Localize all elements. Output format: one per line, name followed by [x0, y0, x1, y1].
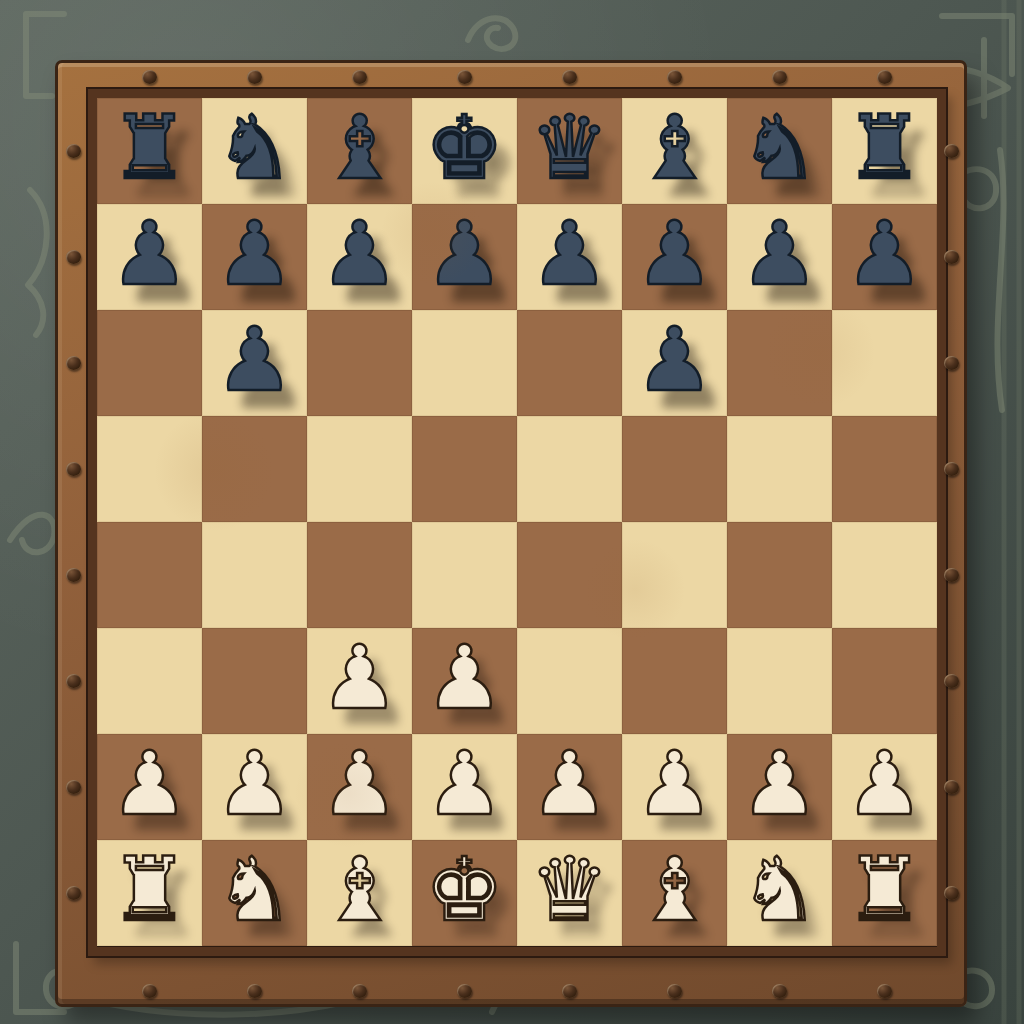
black-rook-h8[interactable]: ♜ — [845, 104, 924, 192]
square-c7[interactable]: ♟ — [307, 204, 412, 310]
square-b8[interactable]: ♞ — [202, 98, 307, 204]
square-e2[interactable]: ♟ — [517, 734, 622, 840]
frame-stud-left-5 — [66, 568, 81, 582]
square-g1[interactable]: ♞ — [727, 840, 832, 946]
frame-stud-left-3 — [66, 356, 81, 370]
frame-stud-left-4 — [66, 462, 81, 476]
square-d4[interactable] — [412, 522, 517, 628]
square-b1[interactable]: ♞ — [202, 840, 307, 946]
frame-stud-top-3 — [352, 70, 367, 84]
square-e1[interactable]: ♛ — [517, 840, 622, 946]
black-pawn-b7[interactable]: ♟ — [215, 210, 294, 298]
frame-stud-bottom-5 — [562, 984, 577, 998]
square-c3[interactable]: ♟ — [307, 628, 412, 734]
square-a6[interactable] — [97, 310, 202, 416]
white-pawn-c2[interactable]: ♟ — [320, 740, 399, 828]
frame-stud-top-1 — [142, 70, 157, 84]
frame-stud-top-5 — [562, 70, 577, 84]
black-pawn-e7[interactable]: ♟ — [530, 210, 609, 298]
square-a7[interactable]: ♟ — [97, 204, 202, 310]
square-f3[interactable] — [622, 628, 727, 734]
square-b3[interactable] — [202, 628, 307, 734]
square-a1[interactable]: ♜ — [97, 840, 202, 946]
square-g8[interactable]: ♞ — [727, 98, 832, 204]
square-d7[interactable]: ♟ — [412, 204, 517, 310]
frame-stud-bottom-8 — [877, 984, 892, 998]
frame-stud-right-6 — [944, 674, 959, 688]
white-rook-a1[interactable]: ♜ — [110, 846, 189, 934]
square-g2[interactable]: ♟ — [727, 734, 832, 840]
white-king-d1[interactable]: ♚ — [425, 846, 504, 934]
white-pawn-a2[interactable]: ♟ — [110, 740, 189, 828]
square-h4[interactable] — [832, 522, 937, 628]
frame-stud-top-7 — [772, 70, 787, 84]
square-g4[interactable] — [727, 522, 832, 628]
white-pawn-b2[interactable]: ♟ — [215, 740, 294, 828]
frame-stud-bottom-4 — [457, 984, 472, 998]
square-f8[interactable]: ♝ — [622, 98, 727, 204]
board-frame: ♜♞♝♚♛♝♞♜♟♟♟♟♟♟♟♟♟♟♟♟♟♟♟♟♟♟♟♟♜♞♝♚♛♝♞♜ — [55, 60, 967, 1007]
square-h5[interactable] — [832, 416, 937, 522]
page: { "game": "chess", "scene": "cartoon woo… — [0, 0, 1024, 1024]
square-g5[interactable] — [727, 416, 832, 522]
black-pawn-c7[interactable]: ♟ — [320, 210, 399, 298]
square-b4[interactable] — [202, 522, 307, 628]
square-b2[interactable]: ♟ — [202, 734, 307, 840]
square-e8[interactable]: ♛ — [517, 98, 622, 204]
frame-stud-right-7 — [944, 780, 959, 794]
white-pawn-d2[interactable]: ♟ — [425, 740, 504, 828]
square-c8[interactable]: ♝ — [307, 98, 412, 204]
frame-stud-top-8 — [877, 70, 892, 84]
ornament-left-vine — [28, 190, 47, 335]
black-knight-b8[interactable]: ♞ — [215, 104, 294, 192]
frame-stud-bottom-2 — [247, 984, 262, 998]
square-f1[interactable]: ♝ — [622, 840, 727, 946]
black-knight-g8[interactable]: ♞ — [740, 104, 819, 192]
white-rook-h1[interactable]: ♜ — [845, 846, 924, 934]
square-g3[interactable] — [727, 628, 832, 734]
black-rook-a8[interactable]: ♜ — [110, 104, 189, 192]
frame-stud-right-4 — [944, 462, 959, 476]
square-a5[interactable] — [97, 416, 202, 522]
frame-stud-right-5 — [944, 568, 959, 582]
white-pawn-h2[interactable]: ♟ — [845, 740, 924, 828]
frame-stud-bottom-6 — [667, 984, 682, 998]
frame-stud-bottom-7 — [772, 984, 787, 998]
frame-stud-right-8 — [944, 886, 959, 900]
square-f6[interactable]: ♟ — [622, 310, 727, 416]
square-a8[interactable]: ♜ — [97, 98, 202, 204]
black-pawn-f7[interactable]: ♟ — [635, 210, 714, 298]
white-bishop-c1[interactable]: ♝ — [320, 846, 399, 934]
black-queen-e8[interactable]: ♛ — [530, 104, 609, 192]
frame-stud-left-7 — [66, 780, 81, 794]
ornament-topcenter-curl — [468, 18, 515, 49]
square-c4[interactable] — [307, 522, 412, 628]
frame-stud-top-4 — [457, 70, 472, 84]
frame-stud-top-6 — [667, 70, 682, 84]
square-h8[interactable]: ♜ — [832, 98, 937, 204]
square-h1[interactable]: ♜ — [832, 840, 937, 946]
white-knight-b1[interactable]: ♞ — [215, 846, 294, 934]
square-c1[interactable]: ♝ — [307, 840, 412, 946]
square-d2[interactable]: ♟ — [412, 734, 517, 840]
square-b6[interactable]: ♟ — [202, 310, 307, 416]
frame-stud-right-2 — [944, 250, 959, 264]
square-h7[interactable]: ♟ — [832, 204, 937, 310]
square-e3[interactable] — [517, 628, 622, 734]
frame-stud-left-2 — [66, 250, 81, 264]
square-d1[interactable]: ♚ — [412, 840, 517, 946]
white-pawn-g2[interactable]: ♟ — [740, 740, 819, 828]
square-c6[interactable] — [307, 310, 412, 416]
board-well: ♜♞♝♚♛♝♞♜♟♟♟♟♟♟♟♟♟♟♟♟♟♟♟♟♟♟♟♟♜♞♝♚♛♝♞♜ — [88, 89, 946, 956]
square-f4[interactable] — [622, 522, 727, 628]
frame-stud-top-2 — [247, 70, 262, 84]
square-d3[interactable]: ♟ — [412, 628, 517, 734]
square-d5[interactable] — [412, 416, 517, 522]
square-a3[interactable] — [97, 628, 202, 734]
square-d8[interactable]: ♚ — [412, 98, 517, 204]
white-queen-e1[interactable]: ♛ — [530, 846, 609, 934]
white-bishop-f1[interactable]: ♝ — [635, 846, 714, 934]
frame-stud-right-3 — [944, 356, 959, 370]
square-a2[interactable]: ♟ — [97, 734, 202, 840]
frame-stud-bottom-3 — [352, 984, 367, 998]
white-pawn-f2[interactable]: ♟ — [635, 740, 714, 828]
square-c2[interactable]: ♟ — [307, 734, 412, 840]
square-a4[interactable] — [97, 522, 202, 628]
square-b7[interactable]: ♟ — [202, 204, 307, 310]
black-bishop-c8[interactable]: ♝ — [320, 104, 399, 192]
square-f7[interactable]: ♟ — [622, 204, 727, 310]
frame-stud-bottom-1 — [142, 984, 157, 998]
board: ♜♞♝♚♛♝♞♜♟♟♟♟♟♟♟♟♟♟♟♟♟♟♟♟♟♟♟♟♜♞♝♚♛♝♞♜ — [97, 98, 937, 946]
square-e7[interactable]: ♟ — [517, 204, 622, 310]
square-e4[interactable] — [517, 522, 622, 628]
square-b5[interactable] — [202, 416, 307, 522]
square-f2[interactable]: ♟ — [622, 734, 727, 840]
white-knight-g1[interactable]: ♞ — [740, 846, 819, 934]
square-e5[interactable] — [517, 416, 622, 522]
frame-stud-left-1 — [66, 144, 81, 158]
black-pawn-a7[interactable]: ♟ — [110, 210, 189, 298]
ornament-left-spiral — [10, 515, 54, 553]
white-pawn-d3[interactable]: ♟ — [425, 634, 504, 722]
square-g6[interactable] — [727, 310, 832, 416]
square-g7[interactable]: ♟ — [727, 204, 832, 310]
frame-stud-left-6 — [66, 674, 81, 688]
black-pawn-g7[interactable]: ♟ — [740, 210, 819, 298]
square-h2[interactable]: ♟ — [832, 734, 937, 840]
white-pawn-c3[interactable]: ♟ — [320, 634, 399, 722]
frame-stud-left-8 — [66, 886, 81, 900]
frame-stud-right-1 — [944, 144, 959, 158]
square-e6[interactable] — [517, 310, 622, 416]
black-bishop-f8[interactable]: ♝ — [635, 104, 714, 192]
square-f5[interactable] — [622, 416, 727, 522]
square-d6[interactable] — [412, 310, 517, 416]
square-h6[interactable] — [832, 310, 937, 416]
black-pawn-d7[interactable]: ♟ — [425, 210, 504, 298]
black-pawn-b6[interactable]: ♟ — [215, 316, 294, 404]
black-king-d8[interactable]: ♚ — [425, 104, 504, 192]
square-c5[interactable] — [307, 416, 412, 522]
square-h3[interactable] — [832, 628, 937, 734]
black-pawn-f6[interactable]: ♟ — [635, 316, 714, 404]
white-pawn-e2[interactable]: ♟ — [530, 740, 609, 828]
black-pawn-h7[interactable]: ♟ — [845, 210, 924, 298]
